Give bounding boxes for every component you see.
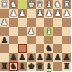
square-a7[interactable]: ♟ xyxy=(62,53,71,62)
white-pawn[interactable]: ♟ xyxy=(1,18,8,27)
square-c4[interactable]: ♝ xyxy=(44,27,53,36)
square-h5[interactable]: ♟ xyxy=(0,36,9,45)
square-e6[interactable] xyxy=(27,44,36,53)
square-f8[interactable]: ♝ xyxy=(18,62,27,71)
square-a8[interactable]: ♜ xyxy=(62,62,71,71)
square-d3[interactable] xyxy=(36,18,45,27)
square-f7[interactable]: ♟ xyxy=(18,53,27,62)
square-h7[interactable] xyxy=(0,53,9,62)
white-pawn[interactable]: ♟ xyxy=(63,9,70,18)
square-d8[interactable]: ♛ xyxy=(36,62,45,71)
black-bishop[interactable]: ♝ xyxy=(45,62,52,71)
white-knight[interactable]: ♞ xyxy=(10,0,17,9)
square-b5[interactable] xyxy=(53,36,62,45)
square-a1[interactable]: ♜ xyxy=(62,0,71,9)
square-h8[interactable]: ♜ xyxy=(0,62,9,71)
white-king[interactable]: ♚ xyxy=(27,0,34,9)
square-g7[interactable]: ♟ xyxy=(9,53,18,62)
square-d4[interactable] xyxy=(36,27,45,36)
black-king[interactable]: ♚ xyxy=(27,62,34,71)
black-pawn[interactable]: ♟ xyxy=(45,53,52,62)
square-h2[interactable] xyxy=(0,9,9,18)
black-rook[interactable]: ♜ xyxy=(63,62,70,71)
white-pawn[interactable]: ♟ xyxy=(54,9,61,18)
white-bishop[interactable]: ♝ xyxy=(45,0,52,9)
black-rook[interactable]: ♜ xyxy=(1,62,8,71)
square-a3[interactable] xyxy=(62,18,71,27)
square-e1[interactable]: ♚ xyxy=(27,0,36,9)
square-f6[interactable] xyxy=(18,44,27,53)
square-g5[interactable] xyxy=(9,36,18,45)
square-g4[interactable] xyxy=(9,27,18,36)
square-h3[interactable]: ♟ xyxy=(0,18,9,27)
square-e2[interactable] xyxy=(27,9,36,18)
square-g8[interactable]: ♞ xyxy=(9,62,18,71)
black-pawn[interactable]: ♟ xyxy=(19,53,26,62)
square-e5[interactable] xyxy=(27,36,36,45)
square-g1[interactable]: ♞ xyxy=(9,0,18,9)
square-c6[interactable]: ♞ xyxy=(44,44,53,53)
white-pawn[interactable]: ♟ xyxy=(19,9,26,18)
black-knight[interactable]: ♞ xyxy=(10,62,17,71)
square-b1[interactable]: ♞ xyxy=(53,0,62,9)
square-b6[interactable] xyxy=(53,44,62,53)
square-f2[interactable]: ♟ xyxy=(18,9,27,18)
square-b8[interactable] xyxy=(53,62,62,71)
green-indicator xyxy=(47,71,51,72)
square-e8[interactable]: ♚ xyxy=(27,62,36,71)
white-pawn[interactable]: ♟ xyxy=(27,27,34,36)
square-e4[interactable]: ♟ xyxy=(27,27,36,36)
square-b7[interactable]: ♟ xyxy=(53,53,62,62)
square-e7[interactable]: ♟ xyxy=(27,53,36,62)
square-a2[interactable]: ♟ xyxy=(62,9,71,18)
white-rook[interactable]: ♜ xyxy=(1,0,8,9)
square-a5[interactable] xyxy=(62,36,71,45)
square-b4[interactable] xyxy=(53,27,62,36)
square-f5[interactable] xyxy=(18,36,27,45)
black-queen[interactable]: ♛ xyxy=(36,62,43,71)
white-rook[interactable]: ♜ xyxy=(63,0,70,9)
white-bishop[interactable]: ♝ xyxy=(45,27,52,36)
square-h4[interactable] xyxy=(0,27,9,36)
square-f1[interactable] xyxy=(18,0,27,9)
square-d5[interactable] xyxy=(36,36,45,45)
black-pawn[interactable]: ♟ xyxy=(10,53,17,62)
black-knight[interactable]: ♞ xyxy=(45,44,52,53)
square-c1[interactable]: ♝ xyxy=(44,0,53,9)
square-c7[interactable]: ♟ xyxy=(44,53,53,62)
square-h6[interactable] xyxy=(0,44,9,53)
black-pawn[interactable]: ♟ xyxy=(63,53,70,62)
square-f3[interactable] xyxy=(18,18,27,27)
square-b2[interactable]: ♟ xyxy=(53,9,62,18)
square-g2[interactable]: ♟ xyxy=(9,9,18,18)
white-knight[interactable]: ♞ xyxy=(54,0,61,9)
square-c2[interactable]: ♟ xyxy=(44,9,53,18)
black-pawn[interactable]: ♟ xyxy=(27,53,34,62)
black-pawn[interactable]: ♟ xyxy=(36,53,43,62)
white-pawn[interactable]: ♟ xyxy=(36,9,43,18)
square-h1[interactable]: ♜ xyxy=(0,0,9,9)
white-queen[interactable]: ♛ xyxy=(36,0,43,9)
square-a4[interactable] xyxy=(62,27,71,36)
black-pawn[interactable]: ♟ xyxy=(54,53,61,62)
square-d7[interactable]: ♟ xyxy=(36,53,45,62)
square-b3[interactable] xyxy=(53,18,62,27)
square-d1[interactable]: ♛ xyxy=(36,0,45,9)
white-pawn[interactable]: ♟ xyxy=(10,9,17,18)
black-pawn[interactable]: ♟ xyxy=(1,36,8,45)
square-g6[interactable] xyxy=(9,44,18,53)
black-bishop[interactable]: ♝ xyxy=(19,62,26,71)
square-e3[interactable] xyxy=(27,18,36,27)
chess-board[interactable]: ♜♞♚♛♝♞♜♟♟♟♟♟♟♟♟♝♟♞♟♟♟♟♟♟♟♜♞♝♚♛♝♜ xyxy=(0,0,71,71)
square-f4[interactable] xyxy=(18,27,27,36)
square-d2[interactable]: ♟ xyxy=(36,9,45,18)
white-pawn[interactable]: ♟ xyxy=(45,9,52,18)
square-a6[interactable] xyxy=(62,44,71,53)
square-c8[interactable]: ♝ xyxy=(44,62,53,71)
square-c5[interactable] xyxy=(44,36,53,45)
square-c3[interactable] xyxy=(44,18,53,27)
square-g3[interactable] xyxy=(9,18,18,27)
square-d6[interactable] xyxy=(36,44,45,53)
